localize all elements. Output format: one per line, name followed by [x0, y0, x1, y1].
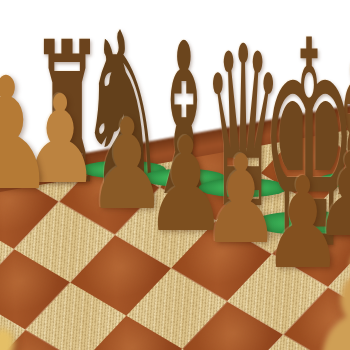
chess-set-photo: ♜♞♟♟♝♝♛♟♟♚♟♟♟♟♟ — [0, 0, 350, 350]
pieces-layer: ♜♞♟♟♝♝♛♟♟♚♟♟♟♟♟ — [0, 0, 350, 350]
pawn-glyph: ♟ — [0, 57, 56, 212]
pawn-glyph: ♟ — [0, 308, 68, 350]
pawn-glyph: ♟ — [303, 233, 350, 350]
